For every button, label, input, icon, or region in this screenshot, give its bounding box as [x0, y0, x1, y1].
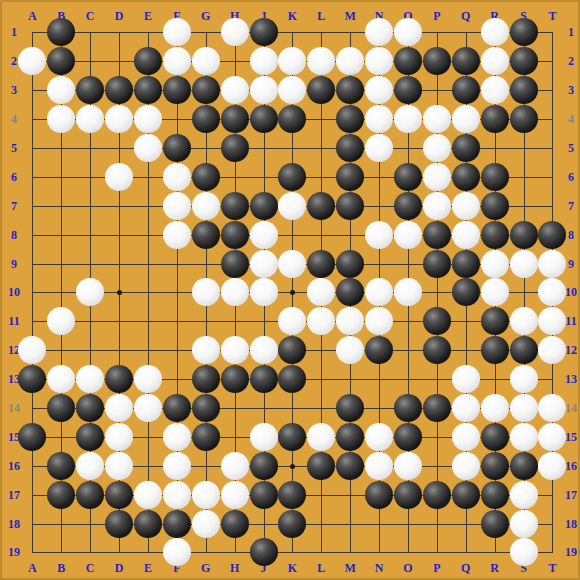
black-stone-S16[interactable] [510, 452, 538, 480]
black-stone-C3[interactable] [76, 76, 104, 104]
black-stone-E2[interactable] [134, 47, 162, 75]
black-stone-R15[interactable] [481, 423, 509, 451]
black-stone-J1[interactable] [250, 18, 278, 46]
white-stone-N10[interactable] [365, 278, 393, 306]
black-stone-P2[interactable] [423, 47, 451, 75]
black-stone-Q5[interactable] [452, 134, 480, 162]
column-label-D: D [115, 10, 124, 22]
white-stone-C13[interactable] [76, 365, 104, 393]
black-stone-G8[interactable] [192, 221, 220, 249]
black-stone-C17[interactable] [76, 481, 104, 509]
white-stone-N4[interactable] [365, 105, 393, 133]
black-stone-Q17[interactable] [452, 481, 480, 509]
row-label-9: 9 [568, 258, 574, 270]
white-stone-N1[interactable] [365, 18, 393, 46]
row-label-12: 12 [565, 344, 577, 356]
screenshot-root: { "game": "go", "board_size": 19, "app":… [0, 0, 580, 580]
white-stone-K2[interactable] [278, 47, 306, 75]
row-label-3: 3 [11, 84, 17, 96]
white-stone-G17[interactable] [192, 481, 220, 509]
white-stone-C4[interactable] [76, 105, 104, 133]
white-stone-N5[interactable] [365, 134, 393, 162]
black-stone-H18[interactable] [221, 510, 249, 538]
white-stone-K9[interactable] [278, 250, 306, 278]
column-label-E: E [144, 10, 152, 22]
black-stone-R7[interactable] [481, 192, 509, 220]
white-stone-M12[interactable] [336, 336, 364, 364]
white-stone-E5[interactable] [134, 134, 162, 162]
row-label-17: 17 [565, 489, 577, 501]
row-label-9: 9 [11, 258, 17, 270]
hoshi-point-K16 [290, 464, 295, 469]
black-stone-H7[interactable] [221, 192, 249, 220]
row-label-15: 15 [565, 431, 577, 443]
white-stone-K3[interactable] [278, 76, 306, 104]
white-stone-Q4[interactable] [452, 105, 480, 133]
white-stone-H10[interactable] [221, 278, 249, 306]
white-stone-R1[interactable] [481, 18, 509, 46]
black-stone-G6[interactable] [192, 163, 220, 191]
black-stone-A15[interactable] [18, 423, 46, 451]
white-stone-F19[interactable] [163, 538, 191, 566]
white-stone-J9[interactable] [250, 250, 278, 278]
black-stone-M10[interactable] [336, 278, 364, 306]
column-label-K: K [288, 10, 297, 22]
black-stone-G3[interactable] [192, 76, 220, 104]
white-stone-S17[interactable] [510, 481, 538, 509]
black-stone-M14[interactable] [336, 394, 364, 422]
white-stone-G10[interactable] [192, 278, 220, 306]
column-label-M: M [345, 10, 356, 22]
column-label-B: B [57, 562, 65, 574]
black-stone-S8[interactable] [510, 221, 538, 249]
black-stone-L3[interactable] [307, 76, 335, 104]
row-label-5: 5 [568, 142, 574, 154]
row-label-18: 18 [565, 518, 577, 530]
black-stone-F18[interactable] [163, 510, 191, 538]
row-label-19: 19 [8, 546, 20, 558]
black-stone-P14[interactable] [423, 394, 451, 422]
row-label-16: 16 [8, 460, 20, 472]
white-stone-J10[interactable] [250, 278, 278, 306]
black-stone-R4[interactable] [481, 105, 509, 133]
white-stone-D6[interactable] [105, 163, 133, 191]
black-stone-K15[interactable] [278, 423, 306, 451]
white-stone-T9[interactable] [538, 250, 566, 278]
black-stone-C15[interactable] [76, 423, 104, 451]
black-stone-Q9[interactable] [452, 250, 480, 278]
column-label-A: A [28, 562, 37, 574]
black-stone-P9[interactable] [423, 250, 451, 278]
black-stone-L16[interactable] [307, 452, 335, 480]
column-label-C: C [86, 10, 95, 22]
column-label-H: H [230, 562, 239, 574]
black-stone-R11[interactable] [481, 307, 509, 335]
white-stone-E13[interactable] [134, 365, 162, 393]
row-label-8: 8 [11, 229, 17, 241]
black-stone-B2[interactable] [47, 47, 75, 75]
black-stone-M6[interactable] [336, 163, 364, 191]
black-stone-G13[interactable] [192, 365, 220, 393]
column-label-T: T [548, 10, 556, 22]
column-label-N: N [375, 562, 384, 574]
white-stone-G2[interactable] [192, 47, 220, 75]
white-stone-D15[interactable] [105, 423, 133, 451]
row-label-3: 3 [568, 84, 574, 96]
row-label-14: 14 [565, 402, 577, 414]
white-stone-S18[interactable] [510, 510, 538, 538]
column-label-T: T [548, 562, 556, 574]
column-label-Q: Q [461, 10, 470, 22]
white-stone-T14[interactable] [538, 394, 566, 422]
white-stone-Q8[interactable] [452, 221, 480, 249]
black-stone-P8[interactable] [423, 221, 451, 249]
black-stone-M4[interactable] [336, 105, 364, 133]
white-stone-H3[interactable] [221, 76, 249, 104]
white-stone-P7[interactable] [423, 192, 451, 220]
column-label-P: P [433, 10, 440, 22]
black-stone-J7[interactable] [250, 192, 278, 220]
white-stone-K7[interactable] [278, 192, 306, 220]
black-stone-O15[interactable] [394, 423, 422, 451]
black-stone-J17[interactable] [250, 481, 278, 509]
column-label-E: E [144, 562, 152, 574]
white-stone-C16[interactable] [76, 452, 104, 480]
black-stone-F14[interactable] [163, 394, 191, 422]
row-label-17: 17 [8, 489, 20, 501]
white-stone-O10[interactable] [394, 278, 422, 306]
white-stone-A2[interactable] [18, 47, 46, 75]
black-stone-K4[interactable] [278, 105, 306, 133]
black-stone-G14[interactable] [192, 394, 220, 422]
white-stone-O4[interactable] [394, 105, 422, 133]
row-label-6: 6 [568, 171, 574, 183]
black-stone-T8[interactable] [538, 221, 566, 249]
row-label-18: 18 [8, 518, 20, 530]
white-stone-N11[interactable] [365, 307, 393, 335]
white-stone-O16[interactable] [394, 452, 422, 480]
black-stone-J4[interactable] [250, 105, 278, 133]
black-stone-S1[interactable] [510, 18, 538, 46]
column-label-O: O [403, 562, 412, 574]
row-label-4: 4 [568, 113, 574, 125]
black-stone-D18[interactable] [105, 510, 133, 538]
black-stone-A13[interactable] [18, 365, 46, 393]
white-stone-L2[interactable] [307, 47, 335, 75]
black-stone-R16[interactable] [481, 452, 509, 480]
column-label-C: C [86, 562, 95, 574]
black-stone-R18[interactable] [481, 510, 509, 538]
white-stone-B11[interactable] [47, 307, 75, 335]
white-stone-Q16[interactable] [452, 452, 480, 480]
row-label-10: 10 [565, 286, 577, 298]
black-stone-O3[interactable] [394, 76, 422, 104]
black-stone-D17[interactable] [105, 481, 133, 509]
white-stone-R10[interactable] [481, 278, 509, 306]
row-label-6: 6 [11, 171, 17, 183]
black-stone-P12[interactable] [423, 336, 451, 364]
black-stone-Q3[interactable] [452, 76, 480, 104]
white-stone-T16[interactable] [538, 452, 566, 480]
black-stone-R8[interactable] [481, 221, 509, 249]
white-stone-A12[interactable] [18, 336, 46, 364]
black-stone-Q10[interactable] [452, 278, 480, 306]
white-stone-H17[interactable] [221, 481, 249, 509]
white-stone-S15[interactable] [510, 423, 538, 451]
row-label-1: 1 [11, 26, 17, 38]
white-stone-S14[interactable] [510, 394, 538, 422]
black-stone-B1[interactable] [47, 18, 75, 46]
black-stone-N17[interactable] [365, 481, 393, 509]
black-stone-K17[interactable] [278, 481, 306, 509]
black-stone-K13[interactable] [278, 365, 306, 393]
white-stone-O8[interactable] [394, 221, 422, 249]
black-stone-Q6[interactable] [452, 163, 480, 191]
go-board[interactable]: AABBCCDDEEFFGGHHJJKKLLMMNNOOPPQQRRSSTT11… [0, 0, 580, 580]
black-stone-O2[interactable] [394, 47, 422, 75]
white-stone-M2[interactable] [336, 47, 364, 75]
white-stone-Q7[interactable] [452, 192, 480, 220]
white-stone-B3[interactable] [47, 76, 75, 104]
white-stone-N8[interactable] [365, 221, 393, 249]
white-stone-F1[interactable] [163, 18, 191, 46]
white-stone-D16[interactable] [105, 452, 133, 480]
white-stone-G12[interactable] [192, 336, 220, 364]
row-label-11: 11 [8, 315, 19, 327]
black-stone-O17[interactable] [394, 481, 422, 509]
black-stone-K18[interactable] [278, 510, 306, 538]
column-label-D: D [115, 562, 124, 574]
column-label-R: R [490, 562, 499, 574]
white-stone-F7[interactable] [163, 192, 191, 220]
black-stone-Q2[interactable] [452, 47, 480, 75]
black-stone-P11[interactable] [423, 307, 451, 335]
black-stone-B16[interactable] [47, 452, 75, 480]
white-stone-K11[interactable] [278, 307, 306, 335]
column-label-L: L [317, 10, 325, 22]
white-stone-H12[interactable] [221, 336, 249, 364]
white-stone-T10[interactable] [538, 278, 566, 306]
white-stone-N3[interactable] [365, 76, 393, 104]
white-stone-O1[interactable] [394, 18, 422, 46]
white-stone-J15[interactable] [250, 423, 278, 451]
black-stone-H13[interactable] [221, 365, 249, 393]
column-label-M: M [345, 562, 356, 574]
black-stone-K6[interactable] [278, 163, 306, 191]
white-stone-R9[interactable] [481, 250, 509, 278]
black-stone-M7[interactable] [336, 192, 364, 220]
row-label-11: 11 [565, 315, 576, 327]
row-label-2: 2 [568, 55, 574, 67]
white-stone-F15[interactable] [163, 423, 191, 451]
white-stone-T11[interactable] [538, 307, 566, 335]
row-label-19: 19 [565, 546, 577, 558]
white-stone-C10[interactable] [76, 278, 104, 306]
white-stone-L10[interactable] [307, 278, 335, 306]
white-stone-G18[interactable] [192, 510, 220, 538]
black-stone-B14[interactable] [47, 394, 75, 422]
black-stone-D13[interactable] [105, 365, 133, 393]
black-stone-R6[interactable] [481, 163, 509, 191]
white-stone-S13[interactable] [510, 365, 538, 393]
white-stone-S11[interactable] [510, 307, 538, 335]
row-label-7: 7 [568, 200, 574, 212]
white-stone-E17[interactable] [134, 481, 162, 509]
white-stone-J12[interactable] [250, 336, 278, 364]
white-stone-S9[interactable] [510, 250, 538, 278]
black-stone-D3[interactable] [105, 76, 133, 104]
white-stone-M11[interactable] [336, 307, 364, 335]
column-label-P: P [433, 562, 440, 574]
black-stone-N12[interactable] [365, 336, 393, 364]
white-stone-L15[interactable] [307, 423, 335, 451]
white-stone-E4[interactable] [134, 105, 162, 133]
white-stone-F16[interactable] [163, 452, 191, 480]
white-stone-D4[interactable] [105, 105, 133, 133]
white-stone-P5[interactable] [423, 134, 451, 162]
row-label-8: 8 [568, 229, 574, 241]
column-label-G: G [201, 562, 210, 574]
row-label-2: 2 [11, 55, 17, 67]
black-stone-J13[interactable] [250, 365, 278, 393]
black-stone-S2[interactable] [510, 47, 538, 75]
black-stone-L9[interactable] [307, 250, 335, 278]
white-stone-H16[interactable] [221, 452, 249, 480]
black-stone-M5[interactable] [336, 134, 364, 162]
row-label-10: 10 [8, 286, 20, 298]
white-stone-L11[interactable] [307, 307, 335, 335]
white-stone-B13[interactable] [47, 365, 75, 393]
black-stone-G15[interactable] [192, 423, 220, 451]
hoshi-point-K10 [290, 290, 295, 295]
black-stone-O7[interactable] [394, 192, 422, 220]
black-stone-K12[interactable] [278, 336, 306, 364]
black-stone-B17[interactable] [47, 481, 75, 509]
black-stone-H8[interactable] [221, 221, 249, 249]
white-stone-R2[interactable] [481, 47, 509, 75]
column-label-Q: Q [461, 562, 470, 574]
white-stone-J3[interactable] [250, 76, 278, 104]
black-stone-J16[interactable] [250, 452, 278, 480]
black-stone-S3[interactable] [510, 76, 538, 104]
white-stone-F17[interactable] [163, 481, 191, 509]
black-stone-S12[interactable] [510, 336, 538, 364]
white-stone-R3[interactable] [481, 76, 509, 104]
row-label-4: 4 [11, 113, 17, 125]
white-stone-F6[interactable] [163, 163, 191, 191]
column-label-L: L [317, 562, 325, 574]
white-stone-P4[interactable] [423, 105, 451, 133]
white-stone-J8[interactable] [250, 221, 278, 249]
black-stone-M3[interactable] [336, 76, 364, 104]
white-stone-F2[interactable] [163, 47, 191, 75]
black-stone-S4[interactable] [510, 105, 538, 133]
white-stone-H1[interactable] [221, 18, 249, 46]
white-stone-N15[interactable] [365, 423, 393, 451]
white-stone-N2[interactable] [365, 47, 393, 75]
row-label-7: 7 [11, 200, 17, 212]
black-stone-F5[interactable] [163, 134, 191, 162]
white-stone-F8[interactable] [163, 221, 191, 249]
row-label-16: 16 [565, 460, 577, 472]
black-stone-O6[interactable] [394, 163, 422, 191]
row-label-1: 1 [568, 26, 574, 38]
row-label-13: 13 [565, 373, 577, 385]
black-stone-E18[interactable] [134, 510, 162, 538]
white-stone-P6[interactable] [423, 163, 451, 191]
black-stone-H4[interactable] [221, 105, 249, 133]
white-stone-Q14[interactable] [452, 394, 480, 422]
black-stone-E3[interactable] [134, 76, 162, 104]
white-stone-Q13[interactable] [452, 365, 480, 393]
grid-hline [32, 552, 553, 553]
row-label-14: 14 [8, 402, 20, 414]
row-label-5: 5 [11, 142, 17, 154]
hoshi-point-D10 [117, 290, 122, 295]
black-stone-F3[interactable] [163, 76, 191, 104]
black-stone-R17[interactable] [481, 481, 509, 509]
black-stone-L7[interactable] [307, 192, 335, 220]
white-stone-T12[interactable] [538, 336, 566, 364]
black-stone-C14[interactable] [76, 394, 104, 422]
black-stone-M16[interactable] [336, 452, 364, 480]
white-stone-R14[interactable] [481, 394, 509, 422]
white-stone-B4[interactable] [47, 105, 75, 133]
white-stone-E14[interactable] [134, 394, 162, 422]
black-stone-H9[interactable] [221, 250, 249, 278]
column-label-K: K [288, 562, 297, 574]
white-stone-G7[interactable] [192, 192, 220, 220]
black-stone-M9[interactable] [336, 250, 364, 278]
black-stone-P17[interactable] [423, 481, 451, 509]
white-stone-S19[interactable] [510, 538, 538, 566]
white-stone-N16[interactable] [365, 452, 393, 480]
column-label-G: G [201, 10, 210, 22]
black-stone-J19[interactable] [250, 538, 278, 566]
white-stone-Q15[interactable] [452, 423, 480, 451]
white-stone-D14[interactable] [105, 394, 133, 422]
black-stone-R12[interactable] [481, 336, 509, 364]
white-stone-T15[interactable] [538, 423, 566, 451]
black-stone-G4[interactable] [192, 105, 220, 133]
column-label-A: A [28, 10, 37, 22]
white-stone-J2[interactable] [250, 47, 278, 75]
black-stone-O14[interactable] [394, 394, 422, 422]
black-stone-H5[interactable] [221, 134, 249, 162]
black-stone-M15[interactable] [336, 423, 364, 451]
